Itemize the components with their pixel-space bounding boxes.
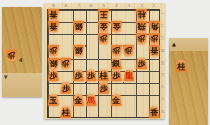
piece-4e-銀[interactable]: 銀 [111,58,122,70]
piece-kanji: 香 [49,10,57,18]
sente-player-bar: ▲ [169,38,208,51]
piece-kanji: 歩 [138,60,146,68]
piece-kanji: 龍 [125,72,133,80]
piece-kanji: 歩 [75,72,83,80]
piece-2b-飛[interactable]: 飛 [136,21,147,33]
rank-label: 五 [161,61,166,65]
piece-9f-歩[interactable]: 歩 [48,70,59,82]
piece-8e-歩[interactable]: 歩 [60,58,71,70]
piece-3d-歩[interactable]: 歩 [123,45,134,57]
rank-coordinates: 一二三四五六七八九 [161,9,166,119]
piece-body: 歩 [86,70,97,82]
piece-s-hand-桂[interactable]: 桂 [176,60,187,72]
piece-body: 銀 [73,21,84,33]
piece-7d-銀[interactable]: 銀 [73,45,84,57]
piece-kanji: 歩 [100,85,108,93]
piece-7f-歩[interactable]: 歩 [73,70,84,82]
piece-kanji: 銀 [75,46,83,54]
piece-kanji: 飛 [138,22,146,30]
piece-kanji: 歩 [125,46,133,54]
piece-kanji: 桂 [138,10,146,18]
piece-kanji: 歩 [112,46,120,54]
rank-label: 一 [161,12,166,16]
piece-body: 歩 [123,45,134,57]
piece-body: 歩 [48,45,59,57]
piece-kanji: 歩 [100,34,108,42]
piece-kanji: 桂 [62,109,70,117]
piece-body: 桂 [136,9,147,21]
hoshi-star-point [123,82,125,84]
hoshi-star-point [85,82,87,84]
piece-body: 王 [98,9,109,21]
file-label: 8 [60,3,73,8]
piece-kanji: 金 [75,97,83,105]
piece-7b-銀[interactable]: 銀 [73,21,84,33]
piece-body: 玉 [48,94,59,106]
piece-kanji: 歩 [49,46,57,54]
piece-8i-桂[interactable]: 桂 [60,106,71,118]
piece-kanji: 香 [150,109,158,117]
shogi-app: { "game": "shogi", "position": "l3k2n1/l… [0,0,210,125]
piece-body: 銀 [111,58,122,70]
rank-label: 八 [161,97,166,101]
piece-kanji: 金 [112,22,120,30]
piece-kanji: 歩 [8,51,16,59]
piece-body: 龍 [123,70,134,82]
piece-2c-歩[interactable]: 歩 [136,33,147,45]
piece-4h-金[interactable]: 金 [111,94,122,106]
piece-body: 金 [111,94,122,106]
piece-body: 角 [149,21,160,33]
piece-9h-玉[interactable]: 玉 [48,94,59,106]
file-label: 2 [135,3,148,8]
rank-label: 六 [161,73,166,77]
piece-5c-歩[interactable]: 歩 [98,33,109,45]
piece-body: 香 [48,21,59,33]
file-label: 9 [47,3,60,8]
hoshi-star-point [85,45,87,47]
piece-1b-角[interactable]: 角 [149,21,160,33]
piece-1c-歩[interactable]: 歩 [149,33,160,45]
piece-body: 銀 [73,45,84,57]
rank-label: 四 [161,49,166,53]
piece-body: 歩 [60,82,71,94]
file-coordinates: 987654321 [47,3,160,8]
piece-kanji: 歩 [138,34,146,42]
rank-label: 三 [161,36,166,40]
piece-kanji: 桂 [100,72,108,80]
piece-9d-歩[interactable]: 歩 [48,45,59,57]
piece-body: 歩 [149,33,160,45]
piece-3f-龍[interactable]: 龍 [123,70,134,82]
piece-body: 香 [149,106,160,118]
piece-kanji: 歩 [62,85,70,93]
piece-g-hand-歩[interactable]: 歩 [6,50,17,62]
piece-kanji: 歩 [112,72,120,80]
piece-body: 香 [149,45,160,57]
piece-kanji: 角 [150,22,158,30]
piece-5g-歩[interactable]: 歩 [98,82,109,94]
piece-kanji: 馬 [87,97,95,105]
piece-kanji: 金 [112,97,120,105]
piece-body: 桂 [60,106,71,118]
piece-kanji: 香 [49,22,57,30]
rank-label: 二 [161,24,166,28]
piece-body: 金 [111,21,122,33]
piece-kanji: 歩 [150,34,158,42]
piece-7h-金[interactable]: 金 [73,94,84,106]
piece-body: 飛 [136,21,147,33]
piece-2e-歩[interactable]: 歩 [136,58,147,70]
piece-body: 歩 [73,70,84,82]
piece-5a-王[interactable]: 王 [98,9,109,21]
gote-turn-icon: ▲ [4,75,8,80]
piece-4f-歩[interactable]: 歩 [111,70,122,82]
piece-body: 桂 [176,60,187,72]
piece-body: 歩 [98,82,109,94]
piece-kanji: 銀 [49,59,57,67]
piece-kanji: 歩 [62,59,70,67]
file-label: 7 [72,3,85,8]
piece-body: 歩 [111,45,122,57]
shogi-board: 987654321 一二三四五六七八九 香王桂香銀金金飛角歩歩歩歩銀歩歩香銀歩銀… [44,3,165,119]
piece-6f-歩[interactable]: 歩 [86,70,97,82]
gote-komadai: ▲ 歩4 [2,7,42,97]
piece-body: 歩 [6,50,17,62]
piece-kanji: 桂 [178,63,186,71]
file-label: 6 [85,3,98,8]
piece-kanji: 玉 [49,97,57,105]
file-label: 4 [110,3,123,8]
piece-kanji: 歩 [49,72,57,80]
piece-kanji: 歩 [87,72,95,80]
piece-body: 桂 [98,70,109,82]
piece-body: 歩 [111,70,122,82]
piece-body: 香 [48,9,59,21]
piece-kanji: 香 [150,46,158,54]
piece-body: 歩 [48,70,59,82]
file-label: 1 [148,3,161,8]
piece-body: 歩 [136,58,147,70]
piece-kanji: 王 [100,10,108,18]
sente-komadai: ▲ 桂 [169,38,208,125]
sente-turn-icon: ▲ [172,42,176,47]
piece-9b-香[interactable]: 香 [48,21,59,33]
piece-kanji: 銀 [75,22,83,30]
piece-kanji: 金 [100,22,108,30]
piece-body: 馬 [86,94,97,106]
piece-1i-香[interactable]: 香 [149,106,160,118]
piece-body: 歩 [136,33,147,45]
piece-body: 金 [98,21,109,33]
piece-9a-香[interactable]: 香 [48,9,59,21]
piece-5b-金[interactable]: 金 [98,21,109,33]
piece-1d-香[interactable]: 香 [149,45,160,57]
piece-body: 歩 [98,33,109,45]
piece-5f-桂[interactable]: 桂 [98,70,109,82]
piece-9e-銀[interactable]: 銀 [48,58,59,70]
piece-6h-馬[interactable]: 馬 [86,94,97,106]
rank-label: 七 [161,85,166,89]
piece-2a-桂[interactable]: 桂 [136,9,147,21]
file-label: 3 [123,3,136,8]
file-label: 5 [97,3,110,8]
gote-player-bar: ▲ [2,73,42,97]
hand-piece-count: 4 [19,58,22,63]
piece-4b-金[interactable]: 金 [111,21,122,33]
rank-label: 九 [161,110,166,114]
piece-body: 金 [73,94,84,106]
piece-4d-歩[interactable]: 歩 [111,45,122,57]
piece-body: 銀 [48,58,59,70]
piece-8g-歩[interactable]: 歩 [60,82,71,94]
piece-body: 歩 [60,58,71,70]
piece-kanji: 銀 [112,60,120,68]
